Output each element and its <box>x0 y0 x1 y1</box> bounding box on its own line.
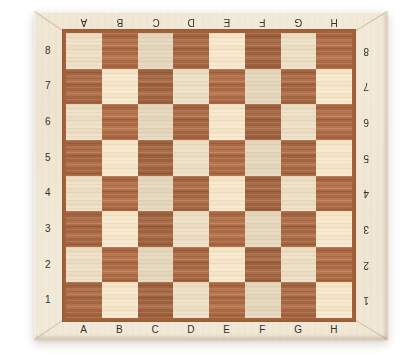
file-label-top-text: A <box>80 17 87 27</box>
rank-label-right-1: 1 <box>352 282 380 318</box>
rank-label-left-text: 6 <box>45 117 51 127</box>
square-a2[interactable] <box>66 247 102 283</box>
square-d3[interactable] <box>173 211 209 247</box>
square-f2[interactable] <box>245 247 281 283</box>
square-e1[interactable] <box>209 282 245 318</box>
square-h7[interactable] <box>316 69 352 105</box>
square-e8[interactable] <box>209 33 245 69</box>
square-b3[interactable] <box>102 211 138 247</box>
file-label-bottom-a: A <box>66 319 102 340</box>
rank-label-left-text: 2 <box>45 260 51 270</box>
square-f5[interactable] <box>245 140 281 176</box>
rank-label-right-text: 7 <box>363 81 369 91</box>
rank-label-left-4: 4 <box>34 176 62 212</box>
file-label-bottom-text: G <box>294 325 302 335</box>
rank-labels-right: 87654321 <box>352 33 380 318</box>
square-c7[interactable] <box>138 69 174 105</box>
rank-label-right-4: 4 <box>352 176 380 212</box>
square-g1[interactable] <box>281 282 317 318</box>
square-d5[interactable] <box>173 140 209 176</box>
rank-label-right-2: 2 <box>352 247 380 283</box>
square-d7[interactable] <box>173 69 209 105</box>
square-a3[interactable] <box>66 211 102 247</box>
file-label-bottom-text: H <box>330 325 338 335</box>
file-label-bottom-h: H <box>316 319 352 340</box>
square-a7[interactable] <box>66 69 102 105</box>
square-c5[interactable] <box>138 140 174 176</box>
rank-label-right-text: 1 <box>363 295 369 305</box>
rank-label-right-text: 4 <box>363 188 369 198</box>
square-b5[interactable] <box>102 140 138 176</box>
rank-label-right-6: 6 <box>352 104 380 140</box>
rank-label-right-text: 2 <box>363 260 369 270</box>
file-label-top-f: F <box>245 11 281 33</box>
square-f4[interactable] <box>245 176 281 212</box>
rank-label-right-text: 5 <box>363 153 369 163</box>
square-d6[interactable] <box>173 104 209 140</box>
rank-label-left-2: 2 <box>34 247 62 283</box>
square-h3[interactable] <box>316 211 352 247</box>
rank-label-right-5: 5 <box>352 140 380 176</box>
file-label-bottom-text: B <box>116 325 123 335</box>
square-e5[interactable] <box>209 140 245 176</box>
file-label-bottom-e: E <box>209 319 245 340</box>
square-b4[interactable] <box>102 176 138 212</box>
rank-label-left-8: 8 <box>34 33 62 69</box>
file-label-bottom-text: A <box>80 325 87 335</box>
rank-label-left-text: 4 <box>45 188 51 198</box>
file-label-bottom-b: B <box>102 319 138 340</box>
square-h1[interactable] <box>316 282 352 318</box>
square-h2[interactable] <box>316 247 352 283</box>
squares-grid <box>66 33 352 318</box>
file-label-top-text: H <box>330 17 338 27</box>
file-label-bottom-g: G <box>281 319 317 340</box>
square-f6[interactable] <box>245 104 281 140</box>
file-label-top-text: B <box>116 17 123 27</box>
square-d4[interactable] <box>173 176 209 212</box>
square-g3[interactable] <box>281 211 317 247</box>
square-a6[interactable] <box>66 104 102 140</box>
rank-labels-left: 87654321 <box>34 33 62 318</box>
file-label-bottom-text: F <box>259 325 266 335</box>
square-c1[interactable] <box>138 282 174 318</box>
rank-label-left-7: 7 <box>34 69 62 105</box>
file-label-top-a: A <box>66 11 102 33</box>
rank-label-left-text: 5 <box>45 153 51 163</box>
square-f7[interactable] <box>245 69 281 105</box>
square-a8[interactable] <box>66 33 102 69</box>
rank-label-left-text: 1 <box>45 295 51 305</box>
rank-label-right-7: 7 <box>352 69 380 105</box>
file-label-top-text: G <box>294 17 302 27</box>
rank-label-right-3: 3 <box>352 211 380 247</box>
file-labels-bottom: ABCDEFGH <box>66 319 352 340</box>
rank-label-right-text: 6 <box>363 117 369 127</box>
square-f8[interactable] <box>245 33 281 69</box>
file-label-top-g: G <box>281 11 317 33</box>
square-f3[interactable] <box>245 211 281 247</box>
square-h8[interactable] <box>316 33 352 69</box>
rank-label-left-1: 1 <box>34 282 62 318</box>
rank-label-right-text: 3 <box>363 224 369 234</box>
product-photo-background: ABCDEFGH ABCDEFGH 87654321 87654321 <box>0 0 420 355</box>
square-h5[interactable] <box>316 140 352 176</box>
square-b7[interactable] <box>102 69 138 105</box>
chessboard: ABCDEFGH ABCDEFGH 87654321 87654321 <box>34 11 388 340</box>
square-g8[interactable] <box>281 33 317 69</box>
square-f1[interactable] <box>245 282 281 318</box>
file-label-top-b: B <box>102 11 138 33</box>
square-e7[interactable] <box>209 69 245 105</box>
square-g6[interactable] <box>281 104 317 140</box>
frame-mitre-bottom-right <box>352 318 388 340</box>
rank-label-left-6: 6 <box>34 104 62 140</box>
square-b1[interactable] <box>102 282 138 318</box>
square-e6[interactable] <box>209 104 245 140</box>
file-label-top-text: C <box>152 17 160 27</box>
square-c8[interactable] <box>138 33 174 69</box>
file-label-top-text: D <box>187 17 195 27</box>
square-c3[interactable] <box>138 211 174 247</box>
file-label-bottom-text: E <box>223 325 230 335</box>
square-c2[interactable] <box>138 247 174 283</box>
file-label-bottom-d: D <box>173 319 209 340</box>
file-label-bottom-text: C <box>152 325 160 335</box>
rank-label-left-text: 3 <box>45 224 51 234</box>
file-label-top-d: D <box>173 11 209 33</box>
square-a1[interactable] <box>66 282 102 318</box>
square-e3[interactable] <box>209 211 245 247</box>
rank-label-left-text: 8 <box>45 46 51 56</box>
file-label-bottom-text: D <box>187 325 195 335</box>
file-label-top-e: E <box>209 11 245 33</box>
rank-label-left-5: 5 <box>34 140 62 176</box>
square-g5[interactable] <box>281 140 317 176</box>
file-label-top-text: E <box>223 17 230 27</box>
rank-label-left-text: 7 <box>45 81 51 91</box>
square-a4[interactable] <box>66 176 102 212</box>
file-label-bottom-c: C <box>138 319 174 340</box>
square-g4[interactable] <box>281 176 317 212</box>
square-e4[interactable] <box>209 176 245 212</box>
file-label-top-c: C <box>138 11 174 33</box>
frame-mitre-top-right <box>352 11 388 33</box>
file-label-bottom-f: F <box>245 319 281 340</box>
square-b2[interactable] <box>102 247 138 283</box>
square-e2[interactable] <box>209 247 245 283</box>
square-c4[interactable] <box>138 176 174 212</box>
rank-label-right-text: 8 <box>363 46 369 56</box>
square-a5[interactable] <box>66 140 102 176</box>
square-d2[interactable] <box>173 247 209 283</box>
rank-label-left-3: 3 <box>34 211 62 247</box>
square-h4[interactable] <box>316 176 352 212</box>
square-g2[interactable] <box>281 247 317 283</box>
square-b8[interactable] <box>102 33 138 69</box>
square-d8[interactable] <box>173 33 209 69</box>
file-label-top-text: F <box>259 17 266 27</box>
rank-label-right-8: 8 <box>352 33 380 69</box>
square-d1[interactable] <box>173 282 209 318</box>
file-label-top-h: H <box>316 11 352 33</box>
square-g7[interactable] <box>281 69 317 105</box>
file-labels-top: ABCDEFGH <box>66 11 352 33</box>
square-c6[interactable] <box>138 104 174 140</box>
square-b6[interactable] <box>102 104 138 140</box>
square-h6[interactable] <box>316 104 352 140</box>
